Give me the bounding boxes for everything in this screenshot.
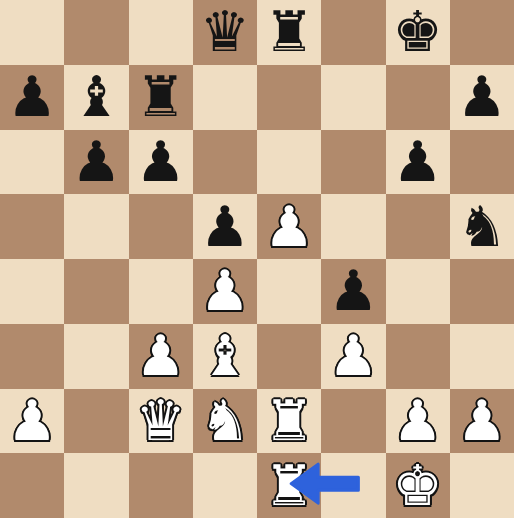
white-pawn[interactable]: ♟: [7, 393, 57, 449]
square-e1[interactable]: ♜: [257, 453, 321, 518]
square-h4[interactable]: [450, 259, 514, 324]
square-b6[interactable]: ♟: [64, 130, 128, 195]
square-g1[interactable]: ♚: [386, 453, 450, 518]
white-king[interactable]: ♚: [393, 458, 443, 514]
square-e8[interactable]: ♜: [257, 0, 321, 65]
square-b5[interactable]: [64, 194, 128, 259]
square-d4[interactable]: ♟: [193, 259, 257, 324]
square-h2[interactable]: ♟: [450, 389, 514, 454]
square-a6[interactable]: [0, 130, 64, 195]
square-g3[interactable]: [386, 324, 450, 389]
square-e4[interactable]: [257, 259, 321, 324]
square-f4[interactable]: ♟: [321, 259, 385, 324]
square-f7[interactable]: [321, 65, 385, 130]
black-queen[interactable]: ♛: [200, 4, 250, 60]
white-pawn[interactable]: ♟: [200, 263, 250, 319]
square-c2[interactable]: ♛: [129, 389, 193, 454]
white-rook[interactable]: ♜: [264, 458, 314, 514]
square-b7[interactable]: ♝: [64, 65, 128, 130]
white-rook[interactable]: ♜: [264, 393, 314, 449]
square-f8[interactable]: [321, 0, 385, 65]
square-g6[interactable]: ♟: [386, 130, 450, 195]
square-g4[interactable]: [386, 259, 450, 324]
black-pawn[interactable]: ♟: [7, 69, 57, 125]
square-h8[interactable]: [450, 0, 514, 65]
square-h5[interactable]: ♞: [450, 194, 514, 259]
square-e2[interactable]: ♜: [257, 389, 321, 454]
white-pawn[interactable]: ♟: [457, 393, 507, 449]
square-d1[interactable]: [193, 453, 257, 518]
square-d5[interactable]: ♟: [193, 194, 257, 259]
black-knight[interactable]: ♞: [457, 199, 507, 255]
square-h3[interactable]: [450, 324, 514, 389]
square-g8[interactable]: ♚: [386, 0, 450, 65]
square-d7[interactable]: [193, 65, 257, 130]
square-c8[interactable]: [129, 0, 193, 65]
square-b8[interactable]: [64, 0, 128, 65]
square-a4[interactable]: [0, 259, 64, 324]
square-e5[interactable]: ♟: [257, 194, 321, 259]
square-a7[interactable]: ♟: [0, 65, 64, 130]
square-d6[interactable]: [193, 130, 257, 195]
square-e3[interactable]: [257, 324, 321, 389]
black-pawn[interactable]: ♟: [136, 134, 186, 190]
square-b2[interactable]: [64, 389, 128, 454]
square-c1[interactable]: [129, 453, 193, 518]
black-pawn[interactable]: ♟: [393, 134, 443, 190]
black-king[interactable]: ♚: [393, 4, 443, 60]
chess-board: ♛♜♚♟♝♜♟♟♟♟♟♟♞♟♟♟♝♟♟♛♞♜♟♟♜♚: [0, 0, 514, 518]
square-c6[interactable]: ♟: [129, 130, 193, 195]
square-g7[interactable]: [386, 65, 450, 130]
square-a1[interactable]: [0, 453, 64, 518]
square-f6[interactable]: [321, 130, 385, 195]
square-c7[interactable]: ♜: [129, 65, 193, 130]
square-b1[interactable]: [64, 453, 128, 518]
square-g5[interactable]: [386, 194, 450, 259]
square-d8[interactable]: ♛: [193, 0, 257, 65]
white-bishop[interactable]: ♝: [200, 328, 250, 384]
square-e6[interactable]: [257, 130, 321, 195]
white-pawn[interactable]: ♟: [393, 393, 443, 449]
square-a3[interactable]: [0, 324, 64, 389]
black-pawn[interactable]: ♟: [457, 69, 507, 125]
black-pawn[interactable]: ♟: [71, 134, 121, 190]
square-f5[interactable]: [321, 194, 385, 259]
square-c3[interactable]: ♟: [129, 324, 193, 389]
square-a2[interactable]: ♟: [0, 389, 64, 454]
white-knight[interactable]: ♞: [200, 393, 250, 449]
square-h1[interactable]: [450, 453, 514, 518]
chess-board-container: ♛♜♚♟♝♜♟♟♟♟♟♟♞♟♟♟♝♟♟♛♞♜♟♟♜♚: [0, 0, 514, 518]
black-bishop[interactable]: ♝: [71, 69, 121, 125]
square-b4[interactable]: [64, 259, 128, 324]
square-d3[interactable]: ♝: [193, 324, 257, 389]
square-h7[interactable]: ♟: [450, 65, 514, 130]
black-pawn[interactable]: ♟: [200, 199, 250, 255]
square-g2[interactable]: ♟: [386, 389, 450, 454]
square-f2[interactable]: [321, 389, 385, 454]
square-a5[interactable]: [0, 194, 64, 259]
white-queen[interactable]: ♛: [136, 393, 186, 449]
square-d2[interactable]: ♞: [193, 389, 257, 454]
square-c4[interactable]: [129, 259, 193, 324]
white-pawn[interactable]: ♟: [328, 328, 378, 384]
square-f1[interactable]: [321, 453, 385, 518]
white-pawn[interactable]: ♟: [136, 328, 186, 384]
square-b3[interactable]: [64, 324, 128, 389]
square-h6[interactable]: [450, 130, 514, 195]
black-rook[interactable]: ♜: [264, 4, 314, 60]
black-pawn[interactable]: ♟: [328, 263, 378, 319]
square-e7[interactable]: [257, 65, 321, 130]
black-rook[interactable]: ♜: [136, 69, 186, 125]
white-pawn[interactable]: ♟: [264, 199, 314, 255]
square-a8[interactable]: [0, 0, 64, 65]
square-c5[interactable]: [129, 194, 193, 259]
square-f3[interactable]: ♟: [321, 324, 385, 389]
